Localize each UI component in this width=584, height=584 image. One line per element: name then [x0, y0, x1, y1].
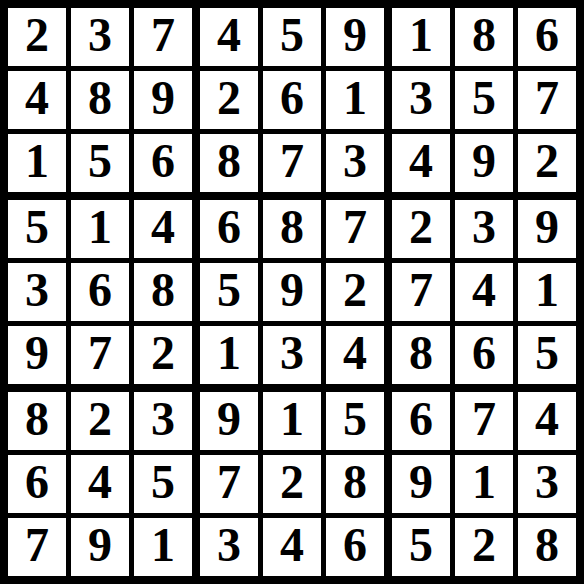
cell-r5c2[interactable]: 6 [71, 263, 129, 321]
cell-r6c9[interactable]: 5 [518, 326, 576, 384]
cell-r6c5[interactable]: 3 [263, 326, 321, 384]
cell-r9c3[interactable]: 1 [134, 518, 192, 576]
cell-r9c7[interactable]: 5 [392, 518, 450, 576]
cell-r9c1[interactable]: 7 [8, 518, 66, 576]
cell-r4c5[interactable]: 8 [263, 200, 321, 258]
cell-r8c1[interactable]: 6 [8, 455, 66, 513]
cell-r9c8[interactable]: 2 [455, 518, 513, 576]
cell-r5c9[interactable]: 1 [518, 263, 576, 321]
cell-r1c5[interactable]: 5 [263, 8, 321, 66]
cell-r6c8[interactable]: 6 [455, 326, 513, 384]
cell-r1c3[interactable]: 7 [134, 8, 192, 66]
cell-r1c4[interactable]: 4 [200, 8, 258, 66]
cell-r1c8[interactable]: 8 [455, 8, 513, 66]
box-r2c2: 674913528 [392, 392, 576, 576]
cell-r8c6[interactable]: 8 [326, 455, 384, 513]
cell-r5c8[interactable]: 4 [455, 263, 513, 321]
cell-r3c4[interactable]: 8 [200, 134, 258, 192]
cell-r8c2[interactable]: 4 [71, 455, 129, 513]
cell-r8c4[interactable]: 7 [200, 455, 258, 513]
cell-r3c1[interactable]: 1 [8, 134, 66, 192]
box-r1c0: 514368972 [8, 200, 192, 384]
cell-r9c4[interactable]: 3 [200, 518, 258, 576]
box-r0c1: 459261873 [200, 8, 384, 192]
cell-r8c7[interactable]: 9 [392, 455, 450, 513]
sudoku-board: 2374891564592618731863574925143689726875… [0, 0, 584, 584]
cell-r5c5[interactable]: 9 [263, 263, 321, 321]
cell-r4c6[interactable]: 7 [326, 200, 384, 258]
cell-r5c3[interactable]: 8 [134, 263, 192, 321]
box-r0c0: 237489156 [8, 8, 192, 192]
cell-r2c1[interactable]: 4 [8, 71, 66, 129]
cell-r3c5[interactable]: 7 [263, 134, 321, 192]
cell-r2c6[interactable]: 1 [326, 71, 384, 129]
cell-r2c9[interactable]: 7 [518, 71, 576, 129]
cell-r8c9[interactable]: 3 [518, 455, 576, 513]
cell-r9c5[interactable]: 4 [263, 518, 321, 576]
cell-r5c4[interactable]: 5 [200, 263, 258, 321]
cell-r4c9[interactable]: 9 [518, 200, 576, 258]
cell-r3c8[interactable]: 9 [455, 134, 513, 192]
cell-r9c6[interactable]: 6 [326, 518, 384, 576]
cell-r7c8[interactable]: 7 [455, 392, 513, 450]
cell-r8c8[interactable]: 1 [455, 455, 513, 513]
cell-r7c7[interactable]: 6 [392, 392, 450, 450]
cell-r4c4[interactable]: 6 [200, 200, 258, 258]
cell-r1c2[interactable]: 3 [71, 8, 129, 66]
cell-r1c1[interactable]: 2 [8, 8, 66, 66]
cell-r2c5[interactable]: 6 [263, 71, 321, 129]
cell-r5c6[interactable]: 2 [326, 263, 384, 321]
cell-r8c5[interactable]: 2 [263, 455, 321, 513]
cell-r6c3[interactable]: 2 [134, 326, 192, 384]
cell-r6c4[interactable]: 1 [200, 326, 258, 384]
cell-r4c8[interactable]: 3 [455, 200, 513, 258]
cell-r7c6[interactable]: 5 [326, 392, 384, 450]
cell-r2c4[interactable]: 2 [200, 71, 258, 129]
cell-r9c9[interactable]: 8 [518, 518, 576, 576]
cell-r1c6[interactable]: 9 [326, 8, 384, 66]
cell-r7c2[interactable]: 2 [71, 392, 129, 450]
cell-r4c1[interactable]: 5 [8, 200, 66, 258]
cell-r2c7[interactable]: 3 [392, 71, 450, 129]
box-r0c2: 186357492 [392, 8, 576, 192]
cell-r3c2[interactable]: 5 [71, 134, 129, 192]
cell-r7c1[interactable]: 8 [8, 392, 66, 450]
cell-r4c3[interactable]: 4 [134, 200, 192, 258]
cell-r8c3[interactable]: 5 [134, 455, 192, 513]
cell-r3c3[interactable]: 6 [134, 134, 192, 192]
cell-r2c3[interactable]: 9 [134, 71, 192, 129]
cell-r2c8[interactable]: 5 [455, 71, 513, 129]
cell-r6c2[interactable]: 7 [71, 326, 129, 384]
cell-r4c2[interactable]: 1 [71, 200, 129, 258]
cell-r5c7[interactable]: 7 [392, 263, 450, 321]
box-r1c1: 687592134 [200, 200, 384, 384]
cell-r7c9[interactable]: 4 [518, 392, 576, 450]
cell-r7c3[interactable]: 3 [134, 392, 192, 450]
cell-r3c9[interactable]: 2 [518, 134, 576, 192]
cell-r1c9[interactable]: 6 [518, 8, 576, 66]
cell-r6c7[interactable]: 8 [392, 326, 450, 384]
cell-r5c1[interactable]: 3 [8, 263, 66, 321]
box-r1c2: 239741865 [392, 200, 576, 384]
cell-r2c2[interactable]: 8 [71, 71, 129, 129]
cell-r7c4[interactable]: 9 [200, 392, 258, 450]
box-r2c0: 823645791 [8, 392, 192, 576]
cell-r6c1[interactable]: 9 [8, 326, 66, 384]
box-r2c1: 915728346 [200, 392, 384, 576]
cell-r3c7[interactable]: 4 [392, 134, 450, 192]
cell-r1c7[interactable]: 1 [392, 8, 450, 66]
cell-r6c6[interactable]: 4 [326, 326, 384, 384]
cell-r4c7[interactable]: 2 [392, 200, 450, 258]
cell-r3c6[interactable]: 3 [326, 134, 384, 192]
cell-r7c5[interactable]: 1 [263, 392, 321, 450]
cell-r9c2[interactable]: 9 [71, 518, 129, 576]
